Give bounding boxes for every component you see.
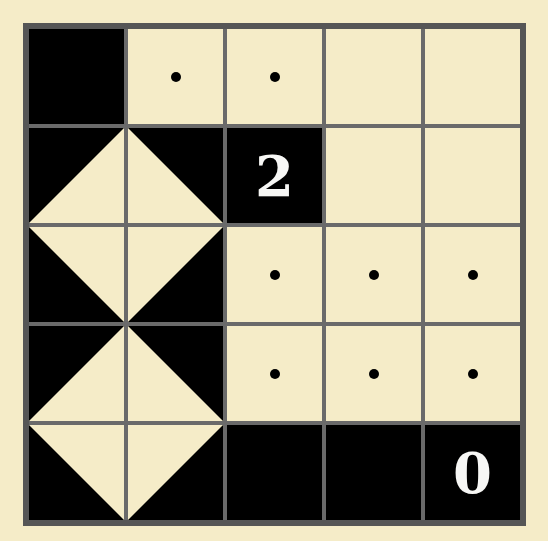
cell-r1c4[interactable] xyxy=(326,29,421,124)
cell-r3c2[interactable] xyxy=(128,227,223,322)
cell-r2c2[interactable] xyxy=(128,128,223,223)
cell-r4c2[interactable] xyxy=(128,326,223,421)
cell-r5c5: 0 xyxy=(425,425,520,520)
cell-r3c1[interactable] xyxy=(29,227,124,322)
clue-number: 0 xyxy=(453,445,492,501)
empty-dot-mark-icon xyxy=(171,72,181,82)
cell-r1c3[interactable] xyxy=(227,29,322,124)
cell-r4c1[interactable] xyxy=(29,326,124,421)
empty-dot-mark-icon xyxy=(270,72,280,82)
empty-dot-mark-icon xyxy=(468,369,478,379)
cell-r1c2[interactable] xyxy=(128,29,223,124)
cell-r2c1[interactable] xyxy=(29,128,124,223)
empty-dot-mark-icon xyxy=(369,369,379,379)
black-triangle-ur-icon xyxy=(128,326,223,421)
black-triangle-ul-icon xyxy=(29,128,124,223)
cell-r1c5[interactable] xyxy=(425,29,520,124)
cell-r1c1 xyxy=(29,29,124,124)
cell-r2c4[interactable] xyxy=(326,128,421,223)
cell-r4c4[interactable] xyxy=(326,326,421,421)
black-triangle-ur-icon xyxy=(128,128,223,223)
cell-r2c3: 2 xyxy=(227,128,322,223)
empty-dot-mark-icon xyxy=(270,270,280,280)
cell-r4c5[interactable] xyxy=(425,326,520,421)
cell-r5c2[interactable] xyxy=(128,425,223,520)
empty-dot-mark-icon xyxy=(369,270,379,280)
cell-r4c3[interactable] xyxy=(227,326,322,421)
cell-r5c1[interactable] xyxy=(29,425,124,520)
black-triangle-ll-icon xyxy=(29,227,124,322)
cell-r3c3[interactable] xyxy=(227,227,322,322)
cell-r3c4[interactable] xyxy=(326,227,421,322)
clue-number: 2 xyxy=(255,148,294,204)
cell-r3c5[interactable] xyxy=(425,227,520,322)
black-triangle-lr-icon xyxy=(128,425,223,520)
empty-dot-mark-icon xyxy=(270,369,280,379)
shakashaka-board: 20 xyxy=(23,23,526,526)
black-triangle-lr-icon xyxy=(128,227,223,322)
black-triangle-ul-icon xyxy=(29,326,124,421)
cell-r5c4 xyxy=(326,425,421,520)
cell-r5c3 xyxy=(227,425,322,520)
empty-dot-mark-icon xyxy=(468,270,478,280)
black-triangle-ll-icon xyxy=(29,425,124,520)
cell-r2c5[interactable] xyxy=(425,128,520,223)
